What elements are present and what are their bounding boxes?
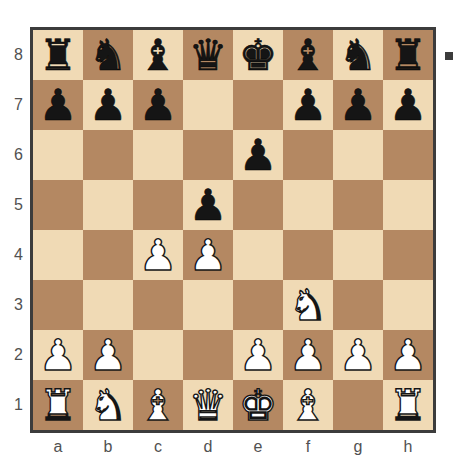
square-g1[interactable] — [333, 380, 383, 430]
square-f4[interactable] — [283, 230, 333, 280]
piece-white-pawn[interactable]: ♟ — [239, 330, 278, 380]
square-c6[interactable] — [133, 130, 183, 180]
square-c3[interactable] — [133, 280, 183, 330]
rank-label-2: 2 — [0, 330, 26, 380]
square-f6[interactable] — [283, 130, 333, 180]
piece-white-rook[interactable]: ♜ — [39, 380, 78, 430]
square-d3[interactable] — [183, 280, 233, 330]
square-a1[interactable]: ♜ — [33, 380, 83, 430]
square-a7[interactable]: ♟ — [33, 80, 83, 130]
piece-black-queen[interactable]: ♛ — [189, 30, 228, 80]
square-f7[interactable]: ♟ — [283, 80, 333, 130]
square-h4[interactable] — [383, 230, 433, 280]
square-h6[interactable] — [383, 130, 433, 180]
square-f3[interactable]: ♞ — [283, 280, 333, 330]
square-f1[interactable]: ♝ — [283, 380, 333, 430]
file-label-a: a — [33, 434, 83, 460]
square-e8[interactable]: ♚ — [233, 30, 283, 80]
file-labels: abcdefgh — [33, 434, 433, 460]
piece-white-pawn[interactable]: ♟ — [289, 330, 328, 380]
piece-black-pawn[interactable]: ♟ — [89, 80, 128, 130]
piece-black-bishop[interactable]: ♝ — [289, 30, 328, 80]
piece-white-pawn[interactable]: ♟ — [389, 330, 428, 380]
piece-white-king[interactable]: ♚ — [239, 380, 278, 430]
piece-black-pawn[interactable]: ♟ — [239, 130, 278, 180]
square-d6[interactable] — [183, 130, 233, 180]
square-g3[interactable] — [333, 280, 383, 330]
rank-label-7: 7 — [0, 80, 26, 130]
piece-white-queen[interactable]: ♛ — [189, 380, 228, 430]
square-b8[interactable]: ♞ — [83, 30, 133, 80]
square-e4[interactable] — [233, 230, 283, 280]
square-b1[interactable]: ♞ — [83, 380, 133, 430]
rank-label-1: 1 — [0, 380, 26, 430]
piece-white-pawn[interactable]: ♟ — [339, 330, 378, 380]
piece-white-knight[interactable]: ♞ — [89, 380, 128, 430]
square-h8[interactable]: ♜ — [383, 30, 433, 80]
file-label-f: f — [283, 434, 333, 460]
piece-black-pawn[interactable]: ♟ — [339, 80, 378, 130]
square-a8[interactable]: ♜ — [33, 30, 83, 80]
square-c4[interactable]: ♟ — [133, 230, 183, 280]
board-frame: ♜♞♝♛♚♝♞♜♟♟♟♟♟♟♟♟♟♟♞♟♟♟♟♟♟♜♞♝♛♚♝♜ — [30, 27, 436, 433]
square-c5[interactable] — [133, 180, 183, 230]
square-a4[interactable] — [33, 230, 83, 280]
file-label-e: e — [233, 434, 283, 460]
rank-label-3: 3 — [0, 280, 26, 330]
square-a2[interactable]: ♟ — [33, 330, 83, 380]
square-h5[interactable] — [383, 180, 433, 230]
square-c7[interactable]: ♟ — [133, 80, 183, 130]
square-e1[interactable]: ♚ — [233, 380, 283, 430]
square-d7[interactable] — [183, 80, 233, 130]
square-b3[interactable] — [83, 280, 133, 330]
square-a3[interactable] — [33, 280, 83, 330]
file-label-d: d — [183, 434, 233, 460]
square-b2[interactable]: ♟ — [83, 330, 133, 380]
piece-black-pawn[interactable]: ♟ — [139, 80, 178, 130]
square-g5[interactable] — [333, 180, 383, 230]
square-b5[interactable] — [83, 180, 133, 230]
square-g6[interactable] — [333, 130, 383, 180]
piece-white-rook[interactable]: ♜ — [389, 380, 428, 430]
piece-white-pawn[interactable]: ♟ — [89, 330, 128, 380]
piece-white-bishop[interactable]: ♝ — [139, 380, 178, 430]
piece-black-pawn[interactable]: ♟ — [39, 80, 78, 130]
file-label-h: h — [383, 434, 433, 460]
square-c1[interactable]: ♝ — [133, 380, 183, 430]
piece-white-pawn[interactable]: ♟ — [39, 330, 78, 380]
file-label-c: c — [133, 434, 183, 460]
piece-white-pawn[interactable]: ♟ — [189, 230, 228, 280]
square-f5[interactable] — [283, 180, 333, 230]
piece-white-pawn[interactable]: ♟ — [139, 230, 178, 280]
piece-white-bishop[interactable]: ♝ — [289, 380, 328, 430]
board: ♜♞♝♛♚♝♞♜♟♟♟♟♟♟♟♟♟♟♞♟♟♟♟♟♟♜♞♝♛♚♝♜ — [33, 30, 433, 430]
rank-label-6: 6 — [0, 130, 26, 180]
piece-black-pawn[interactable]: ♟ — [289, 80, 328, 130]
piece-black-rook[interactable]: ♜ — [39, 30, 78, 80]
square-g4[interactable] — [333, 230, 383, 280]
square-a5[interactable] — [33, 180, 83, 230]
piece-black-king[interactable]: ♚ — [239, 30, 278, 80]
piece-black-bishop[interactable]: ♝ — [139, 30, 178, 80]
square-e6[interactable]: ♟ — [233, 130, 283, 180]
square-h7[interactable]: ♟ — [383, 80, 433, 130]
square-g2[interactable]: ♟ — [333, 330, 383, 380]
piece-black-rook[interactable]: ♜ — [389, 30, 428, 80]
piece-black-knight[interactable]: ♞ — [339, 30, 378, 80]
rank-label-4: 4 — [0, 230, 26, 280]
rank-label-8: 8 — [0, 30, 26, 80]
square-d8[interactable]: ♛ — [183, 30, 233, 80]
square-g7[interactable]: ♟ — [333, 80, 383, 130]
square-d2[interactable] — [183, 330, 233, 380]
square-f2[interactable]: ♟ — [283, 330, 333, 380]
rank-labels: 87654321 — [0, 30, 26, 430]
chess-board-page: 87654321 ♜♞♝♛♚♝♞♜♟♟♟♟♟♟♟♟♟♟♞♟♟♟♟♟♟♜♞♝♛♚♝… — [0, 0, 464, 464]
square-d1[interactable]: ♛ — [183, 380, 233, 430]
square-e5[interactable] — [233, 180, 283, 230]
square-e2[interactable]: ♟ — [233, 330, 283, 380]
file-label-b: b — [83, 434, 133, 460]
square-c8[interactable]: ♝ — [133, 30, 183, 80]
square-a6[interactable] — [33, 130, 83, 180]
square-d4[interactable]: ♟ — [183, 230, 233, 280]
square-d5[interactable]: ♟ — [183, 180, 233, 230]
piece-black-pawn[interactable]: ♟ — [389, 80, 428, 130]
square-h2[interactable]: ♟ — [383, 330, 433, 380]
piece-white-knight[interactable]: ♞ — [289, 280, 328, 330]
piece-black-pawn[interactable]: ♟ — [189, 180, 228, 230]
square-e3[interactable] — [233, 280, 283, 330]
square-f8[interactable]: ♝ — [283, 30, 333, 80]
file-label-g: g — [333, 434, 383, 460]
square-b7[interactable]: ♟ — [83, 80, 133, 130]
square-c2[interactable] — [133, 330, 183, 380]
rank-label-5: 5 — [0, 180, 26, 230]
square-b4[interactable] — [83, 230, 133, 280]
square-e7[interactable] — [233, 80, 283, 130]
piece-black-knight[interactable]: ♞ — [89, 30, 128, 80]
square-h3[interactable] — [383, 280, 433, 330]
square-g8[interactable]: ♞ — [333, 30, 383, 80]
square-h1[interactable]: ♜ — [383, 380, 433, 430]
square-b6[interactable] — [83, 130, 133, 180]
black-to-move-indicator — [445, 52, 453, 60]
